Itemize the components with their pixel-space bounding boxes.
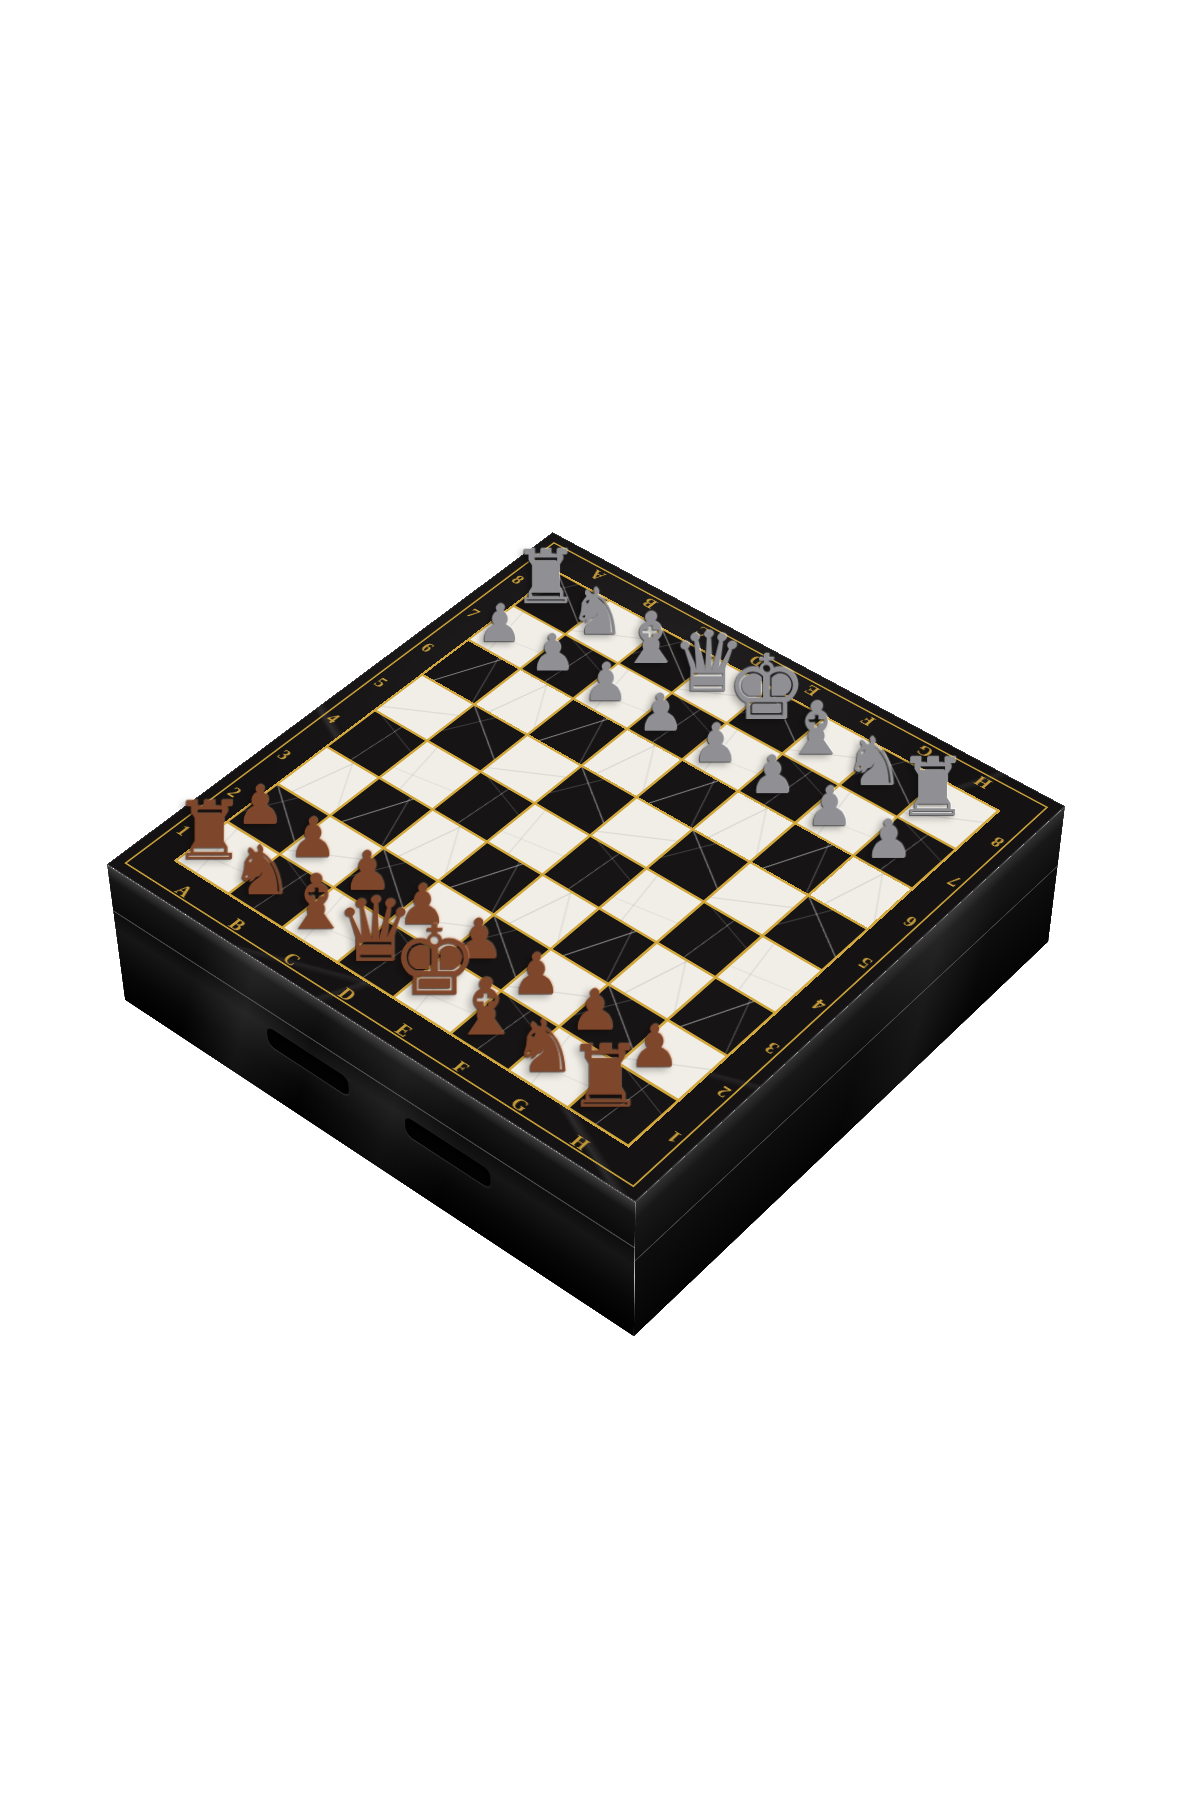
rank-label-left-8: 8 bbox=[507, 573, 528, 587]
rank-label-left-3: 3 bbox=[273, 747, 296, 763]
file-label-far-a: A bbox=[586, 567, 610, 583]
file-label-near-f: F bbox=[448, 1057, 474, 1077]
piece-bronze-knight-b1: ♞ bbox=[226, 836, 297, 905]
rank-label-right-8: 8 bbox=[987, 833, 1009, 850]
rank-label-left-4: 4 bbox=[322, 711, 344, 727]
rank-label-right-2: 2 bbox=[712, 1082, 736, 1101]
file-label-far-b: B bbox=[638, 595, 661, 611]
file-label-far-e: E bbox=[800, 682, 824, 699]
rank-label-left-5: 5 bbox=[370, 675, 392, 690]
rank-label-right-1: 1 bbox=[662, 1127, 686, 1147]
file-label-near-e: E bbox=[390, 1021, 417, 1041]
file-label-near-d: D bbox=[333, 985, 360, 1005]
rank-label-left-7: 7 bbox=[462, 606, 483, 621]
piece-bronze-rook-a1: ♜ bbox=[174, 791, 245, 872]
file-label-far-d: D bbox=[745, 652, 769, 669]
file-label-near-h: H bbox=[566, 1131, 595, 1154]
rank-label-right-7: 7 bbox=[944, 873, 966, 890]
file-label-far-g: G bbox=[912, 742, 938, 760]
rank-label-right-6: 6 bbox=[899, 913, 921, 930]
file-label-near-a: A bbox=[170, 881, 197, 900]
chess-storage-box: ♜♞♝♛♚♝♞♜♟♟♟♟♟♟♟♟♟♟♟♟♟♟♟♟♜♞♝♛♚♝♞♜ AABBCCD… bbox=[107, 532, 1065, 1202]
rank-label-right-4: 4 bbox=[808, 995, 831, 1013]
file-label-near-b: B bbox=[224, 915, 250, 934]
rank-label-right-5: 5 bbox=[854, 954, 877, 972]
product-photo-scene: ♜♞♝♛♚♝♞♜♟♟♟♟♟♟♟♟♟♟♟♟♟♟♟♟♜♞♝♛♚♝♞♜ AABBCCD… bbox=[0, 0, 1200, 1800]
rank-label-left-2: 2 bbox=[223, 784, 246, 800]
file-label-far-c: C bbox=[691, 623, 715, 640]
rank-label-left-6: 6 bbox=[416, 640, 438, 655]
rank-label-right-3: 3 bbox=[760, 1038, 783, 1057]
square-h8: ♜ bbox=[899, 780, 996, 847]
file-label-far-f: F bbox=[857, 712, 880, 728]
piece-silver-rook-a8: ♜ bbox=[512, 540, 578, 615]
file-label-near-g: G bbox=[506, 1094, 535, 1116]
file-label-far-h: H bbox=[970, 773, 996, 792]
chess-board: ♜♞♝♛♚♝♞♜♟♟♟♟♟♟♟♟♟♟♟♟♟♟♟♟♜♞♝♛♚♝♞♜ AABBCCD… bbox=[107, 532, 1065, 1202]
rank-label-left-1: 1 bbox=[172, 822, 195, 839]
file-label-near-c: C bbox=[278, 950, 305, 970]
